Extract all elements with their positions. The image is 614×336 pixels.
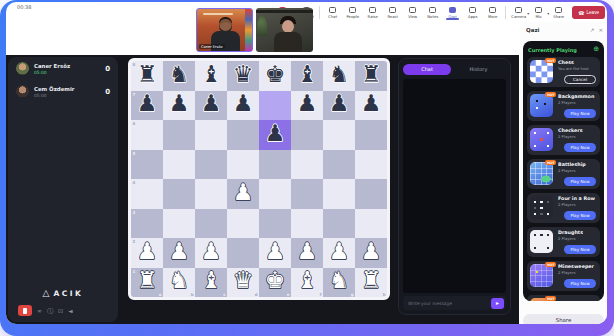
toolbar-item-mic[interactable]: Mic▾	[529, 6, 548, 20]
square-e4[interactable]	[259, 179, 291, 209]
rank-label: 8	[133, 62, 136, 67]
game-card-backgammon: HOTBackgammon2 PlayersPlay Now	[527, 91, 600, 121]
square-b8[interactable]: ♞	[163, 61, 195, 91]
file-label: h	[383, 292, 386, 297]
white-pawn: ♟	[137, 240, 158, 263]
square-b3[interactable]	[163, 209, 195, 239]
square-c5[interactable]	[195, 150, 227, 180]
square-f7[interactable]: ♟	[291, 91, 323, 121]
white-pawn: ♟	[361, 240, 382, 263]
white-knight: ♞	[329, 269, 350, 292]
white-pawn: ♟	[265, 240, 286, 263]
apps-icon	[469, 7, 476, 13]
send-message-button[interactable]: ►	[491, 298, 504, 309]
four-in-a-row-icon	[530, 196, 553, 219]
square-g1[interactable]: g♞	[323, 268, 355, 298]
square-f3[interactable]	[291, 209, 323, 239]
toolbar-item-camera[interactable]: Camera▾	[509, 6, 528, 20]
square-b1[interactable]: b♞	[163, 268, 195, 298]
square-h3[interactable]	[355, 209, 387, 239]
rank-label: 1	[133, 269, 136, 274]
toolbar-divider	[505, 6, 506, 19]
play-now-button-backgammon[interactable]: Play Now	[564, 109, 596, 118]
chat-input-placeholder: Write your message	[408, 301, 491, 306]
black-pawn: ♟	[233, 92, 254, 115]
acik-triangle-icon: △	[43, 289, 50, 298]
meeting-toolbar: Stop sharingPop outChatPeopleRaiseReactV…	[268, 2, 605, 23]
square-e5[interactable]	[259, 150, 291, 180]
square-f6[interactable]	[291, 120, 323, 150]
square-d4[interactable]: ♟	[227, 179, 259, 209]
file-label: g	[351, 292, 354, 297]
play-now-button-checkers[interactable]: Play Now	[564, 143, 596, 152]
square-f5[interactable]	[291, 150, 323, 180]
toolbar-item-people[interactable]: People	[343, 6, 362, 20]
game-icon: HOT	[530, 298, 553, 301]
toolbar-item-label: More	[488, 14, 497, 19]
toolbar-item-label: Qazi	[449, 14, 457, 19]
tab-history[interactable]: History	[451, 66, 506, 72]
toolbar-item-label: Camera	[511, 14, 526, 19]
hot-badge: HOT	[545, 160, 556, 165]
square-h8[interactable]: ♜	[355, 61, 387, 91]
toolbar-item-label: React	[387, 14, 398, 19]
play-now-button-four-in-a-row[interactable]: Play Now	[564, 211, 596, 220]
acik-logo: △ ACIK	[8, 289, 118, 298]
toolbar-item-apps[interactable]: Apps	[463, 6, 482, 20]
game-card-partial: HOT	[527, 295, 600, 301]
black-pawn: ♟	[297, 92, 318, 115]
black-rook: ♜	[361, 63, 382, 86]
game-card-checkers: Checkers2 PlayersPlay Now	[527, 125, 600, 155]
square-c3[interactable]	[195, 209, 227, 239]
rank-label: 3	[133, 210, 136, 215]
tab-chat[interactable]: Chat	[403, 64, 451, 75]
square-g2[interactable]: ♟	[323, 238, 355, 268]
square-a8[interactable]: 8♜	[131, 61, 163, 91]
black-pawn: ♟	[329, 92, 350, 115]
square-b6[interactable]	[163, 120, 195, 150]
white-bishop: ♝	[201, 269, 222, 292]
toolbar-item-notes[interactable]: Notes	[423, 6, 442, 20]
square-f1[interactable]: f♝	[291, 268, 323, 298]
white-bishop: ♝	[297, 269, 318, 292]
video-background-plant	[257, 16, 267, 36]
chat-message-list[interactable]	[403, 79, 506, 293]
square-h5[interactable]	[355, 150, 387, 180]
checkers-icon	[530, 128, 553, 151]
black-pawn: ♟	[169, 92, 190, 115]
settings-icon[interactable]: ⊡	[58, 308, 63, 314]
game-subtitle: 2 Players	[558, 270, 597, 275]
chat-input[interactable]: Write your message ►	[403, 296, 506, 310]
player-avatar	[16, 62, 29, 75]
toolbar-item-raise[interactable]: Raise	[363, 6, 382, 20]
black-pawn: ♟	[265, 122, 286, 145]
player-score: 0	[105, 65, 110, 73]
toolbar-item-label: Raise	[368, 14, 378, 19]
play-now-button-minesweeper[interactable]: Play Now	[564, 279, 596, 288]
square-a5[interactable]: 5	[131, 150, 163, 180]
black-rook: ♜	[137, 63, 158, 86]
black-pawn: ♟	[137, 92, 158, 115]
game-subtitle: 2 Players	[558, 134, 597, 139]
meeting-timer: 00:38	[17, 4, 31, 10]
link-icon[interactable]: ∞	[37, 308, 42, 314]
game-title: Battleship	[558, 162, 597, 167]
chat-panel: Chat History Write your message ►	[398, 58, 511, 315]
panel-title: Qazi	[526, 27, 586, 33]
participant-name-label: Caner Ersöz	[199, 44, 225, 49]
square-d2[interactable]	[227, 238, 259, 268]
chess-board: 8♜♞♝♛♚♝♞♜7♟♟♟♟♟♟♟6♟54♟32♟♟♟♟♟♟♟1a♜b♞c♝d♛…	[128, 58, 390, 300]
white-pawn: ♟	[233, 181, 254, 204]
hot-badge: HOT	[545, 58, 556, 63]
app-window-frame: 00:38 Stop sharingPop outChatPeopleRaise…	[0, 0, 614, 336]
toolbar-item-view[interactable]: View	[403, 6, 422, 20]
file-label: e	[287, 292, 290, 297]
view-icon	[409, 7, 416, 13]
square-e6[interactable]: ♟	[259, 120, 291, 150]
leave-label: Leave	[586, 10, 599, 15]
toolbar-item-share[interactable]: Share	[549, 6, 568, 20]
cancel-button-chess[interactable]: Cancel	[564, 75, 596, 84]
phone-icon: ☎	[578, 10, 584, 16]
player-name: Cem Özdemir	[34, 86, 100, 92]
play-now-button-battleship[interactable]: Play Now	[564, 177, 596, 186]
game-subtitle: 2 Players	[558, 168, 597, 173]
player-name: Caner Ersöz	[34, 63, 100, 69]
square-e3[interactable]	[259, 209, 291, 239]
file-label: a	[159, 292, 162, 297]
square-b5[interactable]	[163, 150, 195, 180]
player-score: 0	[105, 88, 110, 96]
rank-label: 5	[133, 151, 136, 156]
toolbar-item-label: Apps	[468, 14, 477, 19]
player-row-1[interactable]: Caner Ersöz 05:00 0	[8, 57, 118, 80]
meeting-window: 00:38 Stop sharingPop outChatPeopleRaise…	[6, 2, 607, 324]
toolbar-item-more[interactable]: More	[483, 6, 502, 20]
game-title: Chess	[558, 60, 597, 65]
square-e2[interactable]: ♟	[259, 238, 291, 268]
game-app-area: Caner Ersöz 05:00 0 Cem Özdemir 05:00 0	[6, 55, 519, 324]
volume-icon[interactable]: ◄	[68, 308, 73, 314]
currently-playing-title: Currently Playing	[528, 47, 593, 53]
game-card-draughts: Draughts2 PlayersPlay Now	[527, 227, 600, 257]
game-title: Minesweeper	[558, 264, 597, 269]
black-king: ♚	[265, 63, 286, 86]
exit-door-icon	[23, 308, 27, 314]
share-icon	[555, 7, 562, 13]
toolbar-item-qazi[interactable]: Qazi	[443, 6, 462, 20]
game-subtitle: You are the host	[558, 66, 597, 71]
square-a4[interactable]: 4	[131, 179, 163, 209]
rank-label: 2	[133, 239, 136, 244]
minesweeper-icon: HOT	[530, 264, 553, 287]
game-subtitle: 2 Players	[558, 236, 597, 241]
mic-icon	[535, 7, 542, 13]
white-pawn: ♟	[329, 240, 350, 263]
currently-playing-panel: Currently Playing ⊕ HOTChessYou are the …	[523, 41, 604, 301]
camera-icon	[515, 7, 522, 13]
hot-badge: HOT	[545, 262, 556, 267]
player-clock: 05:00	[34, 93, 100, 98]
square-d8[interactable]: ♛	[227, 61, 259, 91]
black-knight: ♞	[169, 63, 190, 86]
qazi-icon	[449, 7, 456, 13]
toolbar-item-label: Notes	[427, 14, 438, 19]
square-h2[interactable]: ♟	[355, 238, 387, 268]
square-g8[interactable]: ♞	[323, 61, 355, 91]
black-bishop: ♝	[201, 63, 222, 86]
square-e8[interactable]: ♚	[259, 61, 291, 91]
players-sidebar: Caner Ersöz 05:00 0 Cem Özdemir 05:00 0	[8, 57, 118, 322]
toolbar-item-label: Mic	[536, 14, 542, 19]
battleship-icon: HOT	[530, 162, 553, 185]
square-g5[interactable]	[323, 150, 355, 180]
rank-label: 4	[133, 180, 136, 185]
square-c1[interactable]: c♝	[195, 268, 227, 298]
toolbar-item-label: People	[346, 14, 359, 19]
square-b2[interactable]: ♟	[163, 238, 195, 268]
white-rook: ♜	[137, 269, 158, 292]
popout-icon[interactable]: ↗	[590, 27, 595, 33]
qazi-side-panel: Qazi ↗ × Currently Playing ⊕ HOTChessYou…	[520, 22, 607, 324]
hot-badge: HOT	[545, 92, 556, 97]
square-a6[interactable]: 6	[131, 120, 163, 150]
video-background	[245, 9, 252, 51]
file-label: f	[320, 292, 322, 297]
close-icon[interactable]: ×	[598, 27, 603, 33]
video-background-light	[203, 13, 233, 15]
sidebar-controls: ∞ ⓘ ⊡ ◄	[8, 305, 118, 316]
video-background-shelf	[256, 10, 313, 13]
backgammon-icon: HOT	[530, 94, 553, 117]
white-knight: ♞	[169, 269, 190, 292]
square-g4[interactable]	[323, 179, 355, 209]
draughts-icon	[530, 230, 553, 253]
black-bishop: ♝	[297, 63, 318, 86]
hot-badge: HOT	[545, 296, 556, 301]
player-row-2[interactable]: Cem Özdemir 05:00 0	[8, 80, 118, 103]
game-title: Draughts	[558, 230, 597, 235]
acik-wordmark: ACIK	[54, 289, 84, 298]
square-h4[interactable]	[355, 179, 387, 209]
play-now-button-draughts[interactable]: Play Now	[564, 245, 596, 254]
leave-button[interactable]: ☎Leave	[572, 6, 605, 19]
square-d3[interactable]	[227, 209, 259, 239]
white-queen: ♛	[233, 269, 254, 292]
square-b7[interactable]: ♟	[163, 91, 195, 121]
square-c2[interactable]: ♟	[195, 238, 227, 268]
square-f4[interactable]	[291, 179, 323, 209]
game-card-minesweeper: HOTMinesweeper2 PlayersPlay Now	[527, 261, 600, 291]
square-h6[interactable]	[355, 120, 387, 150]
more-icon	[489, 7, 496, 13]
game-title: Checkers	[558, 128, 597, 133]
game-subtitle: 2 Players	[558, 202, 597, 207]
black-pawn: ♟	[201, 92, 222, 115]
game-card-four-in-a-row: Four in a Row2 PlayersPlay Now	[527, 193, 600, 223]
file-label: c	[223, 292, 225, 297]
game-list: HOTChessYou are the hostCancelHOTBackgam…	[527, 57, 600, 301]
game-title: Backgammon	[558, 94, 597, 99]
square-b4[interactable]	[163, 179, 195, 209]
chess-icon: HOT	[530, 60, 553, 83]
square-d6[interactable]	[227, 120, 259, 150]
toolbar-divider	[319, 6, 320, 19]
square-e7[interactable]	[259, 91, 291, 121]
white-rook: ♜	[361, 269, 382, 292]
file-label: d	[255, 292, 258, 297]
square-d1[interactable]: d♛	[227, 268, 259, 298]
player-avatar	[16, 85, 29, 98]
rank-label: 6	[133, 121, 136, 126]
square-c4[interactable]	[195, 179, 227, 209]
toolbar-item-label: Chat	[328, 14, 337, 19]
chat-tabs: Chat History	[403, 63, 506, 75]
participant-body	[274, 32, 302, 52]
share-app-button[interactable]: Share	[523, 314, 604, 325]
square-f2[interactable]: ♟	[291, 238, 323, 268]
raise-icon	[369, 7, 376, 13]
game-title: Four in a Row	[558, 196, 597, 201]
toolbar-item-label: View	[408, 14, 417, 19]
white-pawn: ♟	[169, 240, 190, 263]
square-c6[interactable]	[195, 120, 227, 150]
black-knight: ♞	[329, 63, 350, 86]
game-card-chess: HOTChessYou are the hostCancel	[527, 57, 600, 87]
people-icon	[349, 7, 356, 13]
toolbar-item-chat[interactable]: Chat	[323, 6, 342, 20]
toolbar-item-react[interactable]: React	[383, 6, 402, 20]
game-card-battleship: HOTBattleship2 PlayersPlay Now	[527, 159, 600, 189]
game-subtitle: 2 Players	[558, 100, 597, 105]
square-d7[interactable]: ♟	[227, 91, 259, 121]
square-c7[interactable]: ♟	[195, 91, 227, 121]
square-a2[interactable]: 2♟	[131, 238, 163, 268]
add-game-icon[interactable]: ⊕	[593, 46, 599, 53]
square-g7[interactable]: ♟	[323, 91, 355, 121]
black-queen: ♛	[233, 63, 254, 86]
chat-icon	[329, 7, 336, 13]
video-tile-caner[interactable]: Caner Ersöz	[196, 8, 253, 52]
square-c8[interactable]: ♝	[195, 61, 227, 91]
toolbar-item-label: Share	[553, 14, 564, 19]
square-g6[interactable]	[323, 120, 355, 150]
square-a3[interactable]: 3	[131, 209, 163, 239]
white-pawn: ♟	[201, 240, 222, 263]
square-h7[interactable]: ♟	[355, 91, 387, 121]
player-clock: 05:00	[34, 70, 100, 75]
square-f8[interactable]: ♝	[291, 61, 323, 91]
white-king: ♚	[265, 269, 286, 292]
square-g3[interactable]	[323, 209, 355, 239]
info-icon[interactable]: ⓘ	[47, 308, 53, 314]
black-pawn: ♟	[361, 92, 382, 115]
file-label: b	[191, 292, 194, 297]
square-h1[interactable]: h♜	[355, 268, 387, 298]
react-icon	[389, 7, 396, 13]
square-d5[interactable]	[227, 150, 259, 180]
video-tile-cem[interactable]	[256, 8, 313, 52]
send-icon: ►	[495, 300, 500, 306]
white-pawn: ♟	[297, 240, 318, 263]
rank-label: 7	[133, 92, 136, 97]
square-a1[interactable]: 1a♜	[131, 268, 163, 298]
square-e1[interactable]: e♚	[259, 268, 291, 298]
notes-icon	[429, 7, 436, 13]
square-a7[interactable]: 7♟	[131, 91, 163, 121]
exit-game-button[interactable]	[18, 305, 32, 316]
